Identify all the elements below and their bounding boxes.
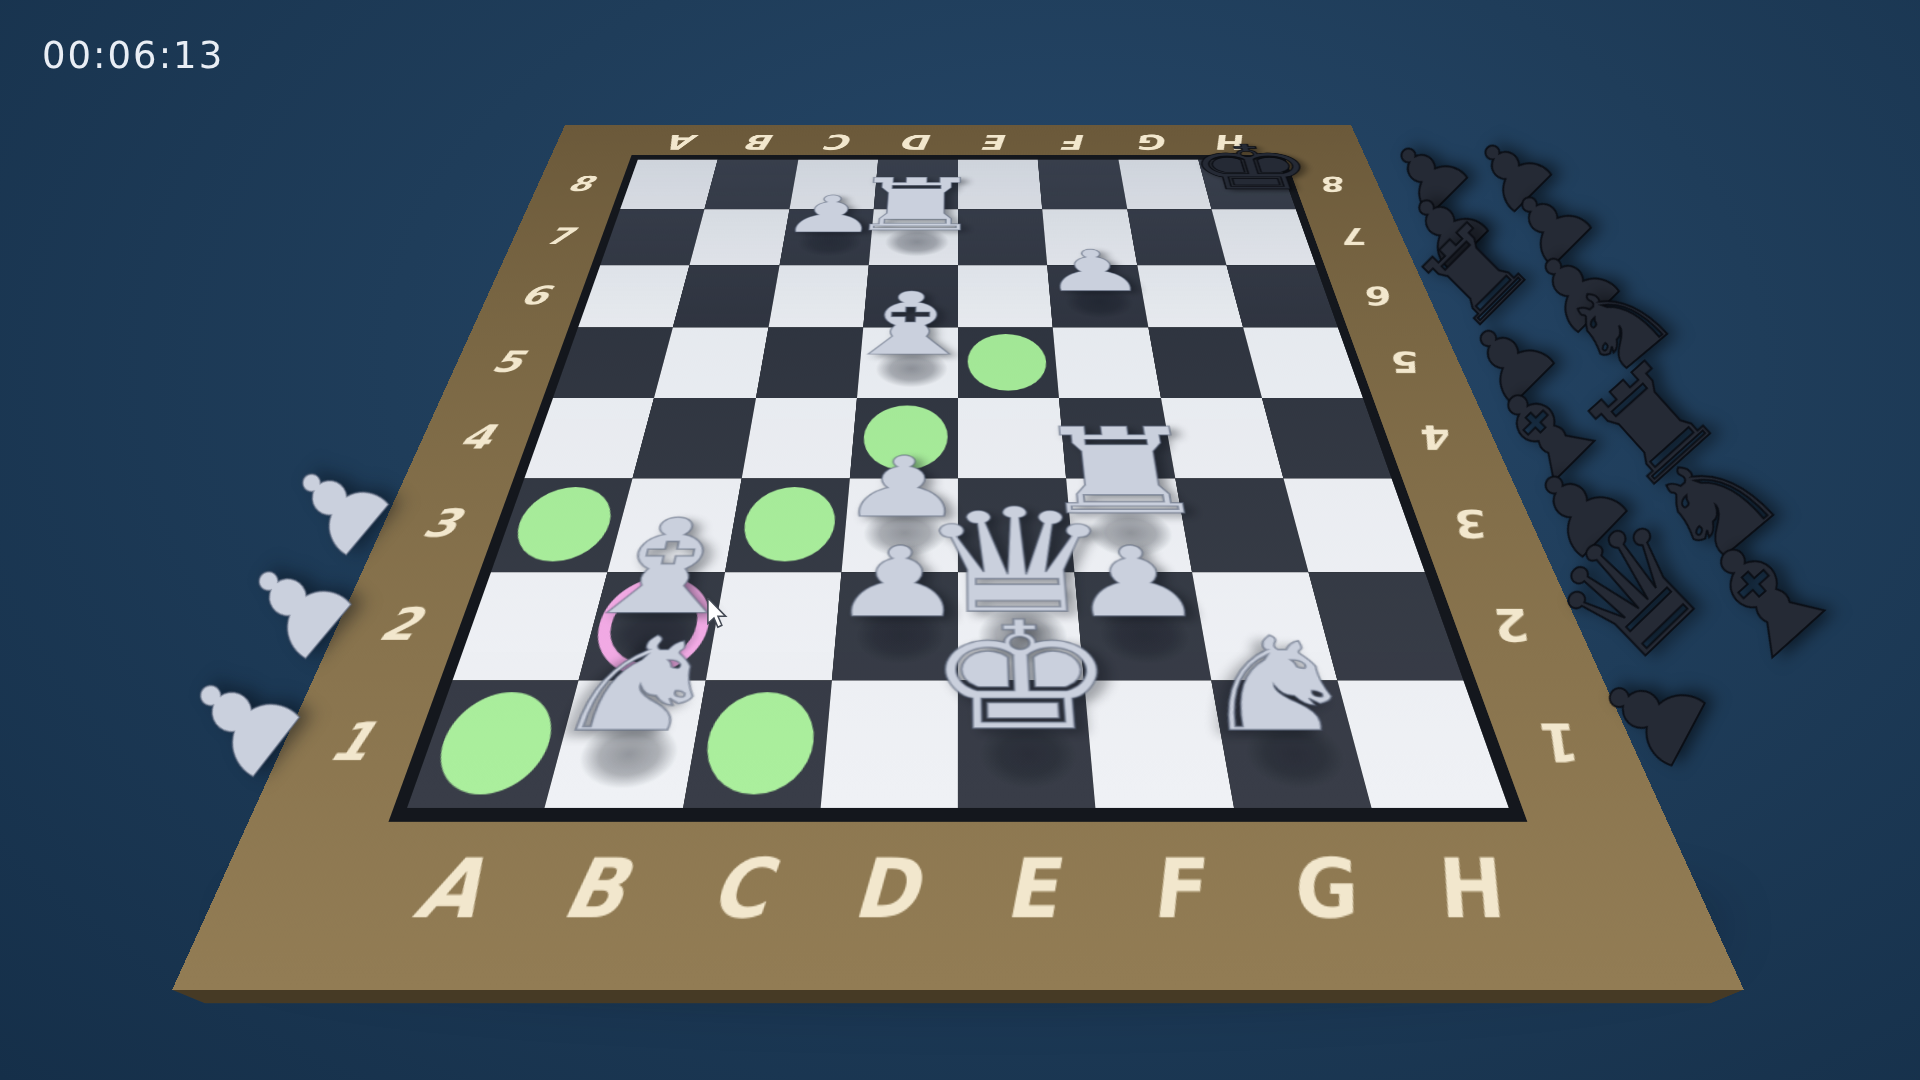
piece-shadow	[572, 721, 685, 789]
square-a7[interactable]	[600, 209, 704, 265]
file-label-top-f: F	[1035, 127, 1117, 157]
square-b6[interactable]	[673, 265, 779, 327]
square-g5[interactable]	[1148, 327, 1262, 398]
square-f2[interactable]	[1075, 572, 1211, 680]
piece-shadow	[1087, 509, 1178, 558]
piece-shadow	[853, 607, 946, 664]
square-d2[interactable]	[832, 572, 958, 680]
piece-shadow	[979, 721, 1081, 789]
file-label-bottom-g: G	[1234, 814, 1414, 970]
square-b2[interactable]	[579, 572, 725, 680]
file-label-bottom-e: E	[958, 814, 1110, 970]
square-d4[interactable]	[850, 398, 958, 479]
square-g2[interactable]	[1191, 572, 1337, 680]
square-b5[interactable]	[654, 327, 768, 398]
square-b4[interactable]	[633, 398, 756, 479]
square-g6[interactable]	[1137, 265, 1243, 327]
square-d1[interactable]	[820, 680, 958, 808]
square-e1[interactable]	[958, 680, 1096, 808]
piece-shadow	[603, 607, 706, 664]
board-frame-front-edge	[172, 990, 1744, 1004]
file-label-top-c: C	[798, 127, 880, 157]
file-label-bottom-d: D	[806, 814, 958, 970]
file-label-top-d: D	[878, 127, 958, 157]
black-king-glyph: ♚	[1182, 142, 1324, 194]
file-label-top-e: E	[958, 127, 1038, 157]
mouse-cursor	[706, 598, 730, 630]
square-f1[interactable]	[1084, 680, 1233, 808]
piece-shadow	[1239, 721, 1353, 789]
square-b7[interactable]	[690, 209, 789, 265]
table-background: { "hud": { "timer": "00:06:13" }, "game"…	[0, 0, 1920, 1080]
file-label-bottom-f: F	[1096, 814, 1262, 970]
white-bishop-glyph: ♝	[831, 287, 987, 361]
file-label-bottom-b: B	[502, 814, 682, 970]
selection-ring	[587, 577, 718, 675]
piece-shadow	[861, 509, 947, 558]
file-label-top-b: B	[719, 127, 804, 157]
file-label-bottom-h: H	[1373, 814, 1567, 970]
white-rook-glyph: ♜	[841, 175, 987, 237]
square-c1[interactable]	[683, 680, 832, 808]
file-label-bottom-c: C	[654, 814, 820, 970]
game-timer: 00:06:13	[42, 34, 224, 77]
square-e2[interactable]	[958, 572, 1084, 680]
file-label-top-a: A	[639, 127, 727, 157]
piece-shadow	[1097, 607, 1195, 664]
file-label-bottom-a: A	[350, 814, 544, 970]
square-a6[interactable]	[578, 265, 690, 327]
white-pawn-glyph: ♟	[1039, 247, 1149, 295]
square-f8[interactable]	[1038, 160, 1127, 210]
move-highlight-c1[interactable]	[699, 692, 818, 794]
square-c4[interactable]	[741, 398, 857, 479]
square-a8[interactable]	[620, 160, 718, 210]
square-f5[interactable]	[1053, 327, 1161, 398]
square-h6[interactable]	[1226, 265, 1338, 327]
move-highlight-a1[interactable]	[426, 692, 563, 794]
piece-shadow	[977, 607, 1070, 664]
